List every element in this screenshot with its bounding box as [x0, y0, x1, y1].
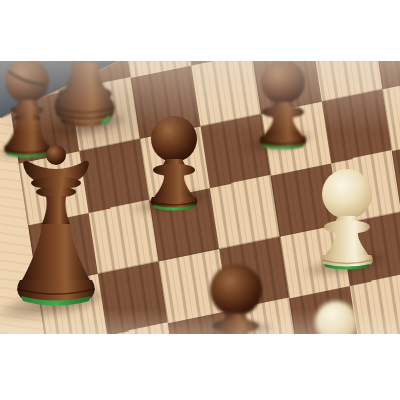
white-pawn-e4[interactable]: ♙: [314, 300, 358, 334]
black-queen[interactable]: ♛: [12, 142, 102, 308]
black-pawn-c6[interactable]: ♟: [144, 115, 210, 211]
photo-content-strip: ♚ ♝: [0, 61, 400, 334]
white-pawn-f5[interactable]: ♙: [314, 168, 382, 270]
black-pawn-d4[interactable]: ♟: [206, 262, 266, 334]
black-pawn-e7[interactable]: ♟: [252, 62, 318, 150]
chess-set-photo: ♚ ♝: [0, 0, 400, 400]
black-king[interactable]: ♚: [48, 62, 124, 132]
